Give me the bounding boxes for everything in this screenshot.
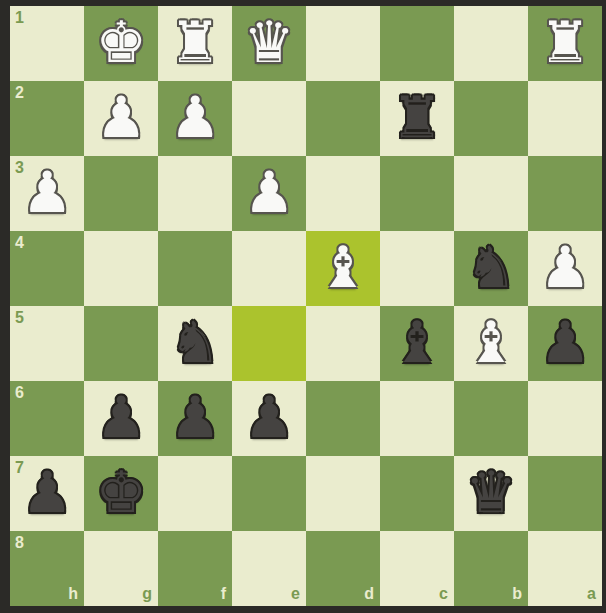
square-g8[interactable]: g (84, 531, 158, 606)
square-f4[interactable] (158, 231, 232, 306)
rank-label-8: 8 (15, 535, 24, 551)
square-f3[interactable] (158, 156, 232, 231)
square-d7[interactable] (306, 456, 380, 531)
rank-label-6: 6 (15, 385, 24, 401)
chess-board-frame: 1♚♜♛♜2♟♟♜3♟♟4♝♞♟5♞♝♝♟6♟♟♟7♟♚♛8hgfedcba (0, 0, 606, 613)
square-e2[interactable] (232, 81, 306, 156)
square-a2[interactable] (528, 81, 602, 156)
square-e3[interactable]: ♟ (232, 156, 306, 231)
square-e5[interactable] (232, 306, 306, 381)
black-pawn-piece[interactable]: ♟ (21, 464, 72, 521)
square-b8[interactable]: b (454, 531, 528, 606)
square-c2[interactable]: ♜ (380, 81, 454, 156)
square-c8[interactable]: c (380, 531, 454, 606)
square-d2[interactable] (306, 81, 380, 156)
square-g1[interactable]: ♚ (84, 6, 158, 81)
file-label-h: h (68, 586, 78, 602)
square-h7[interactable]: 7♟ (10, 456, 84, 531)
square-f2[interactable]: ♟ (158, 81, 232, 156)
file-label-c: c (439, 586, 448, 602)
white-pawn-piece[interactable]: ♟ (539, 239, 590, 296)
white-king-piece[interactable]: ♚ (95, 14, 146, 71)
square-h5[interactable]: 5 (10, 306, 84, 381)
square-a1[interactable]: ♜ (528, 6, 602, 81)
square-b4[interactable]: ♞ (454, 231, 528, 306)
square-b6[interactable] (454, 381, 528, 456)
square-c4[interactable] (380, 231, 454, 306)
white-bishop-piece[interactable]: ♝ (317, 239, 368, 296)
square-c7[interactable] (380, 456, 454, 531)
black-bishop-piece[interactable]: ♝ (391, 314, 442, 371)
file-label-f: f (221, 586, 226, 602)
square-f6[interactable]: ♟ (158, 381, 232, 456)
square-a6[interactable] (528, 381, 602, 456)
square-d1[interactable] (306, 6, 380, 81)
square-g7[interactable]: ♚ (84, 456, 158, 531)
square-e4[interactable] (232, 231, 306, 306)
file-label-d: d (364, 586, 374, 602)
white-bishop-piece[interactable]: ♝ (465, 314, 516, 371)
square-f1[interactable]: ♜ (158, 6, 232, 81)
black-pawn-piece[interactable]: ♟ (169, 389, 220, 446)
black-rook-piece[interactable]: ♜ (391, 89, 442, 146)
square-c1[interactable] (380, 6, 454, 81)
white-pawn-piece[interactable]: ♟ (243, 164, 294, 221)
square-h2[interactable]: 2 (10, 81, 84, 156)
square-g4[interactable] (84, 231, 158, 306)
rank-label-1: 1 (15, 10, 24, 26)
square-a5[interactable]: ♟ (528, 306, 602, 381)
white-pawn-piece[interactable]: ♟ (95, 89, 146, 146)
rank-label-4: 4 (15, 235, 24, 251)
square-d5[interactable] (306, 306, 380, 381)
chess-board[interactable]: 1♚♜♛♜2♟♟♜3♟♟4♝♞♟5♞♝♝♟6♟♟♟7♟♚♛8hgfedcba (10, 6, 602, 606)
square-c6[interactable] (380, 381, 454, 456)
square-d4[interactable]: ♝ (306, 231, 380, 306)
square-f8[interactable]: f (158, 531, 232, 606)
square-a4[interactable]: ♟ (528, 231, 602, 306)
file-label-g: g (142, 586, 152, 602)
black-pawn-piece[interactable]: ♟ (95, 389, 146, 446)
file-label-a: a (587, 586, 596, 602)
square-h4[interactable]: 4 (10, 231, 84, 306)
black-king-piece[interactable]: ♚ (95, 464, 146, 521)
black-pawn-piece[interactable]: ♟ (539, 314, 590, 371)
square-g3[interactable] (84, 156, 158, 231)
rank-label-5: 5 (15, 310, 24, 326)
black-queen-piece[interactable]: ♛ (465, 464, 516, 521)
square-b5[interactable]: ♝ (454, 306, 528, 381)
square-h6[interactable]: 6 (10, 381, 84, 456)
square-d8[interactable]: d (306, 531, 380, 606)
square-c3[interactable] (380, 156, 454, 231)
square-e8[interactable]: e (232, 531, 306, 606)
white-rook-piece[interactable]: ♜ (169, 14, 220, 71)
file-label-b: b (512, 586, 522, 602)
square-d3[interactable] (306, 156, 380, 231)
square-f7[interactable] (158, 456, 232, 531)
square-d6[interactable] (306, 381, 380, 456)
square-e7[interactable] (232, 456, 306, 531)
square-a7[interactable] (528, 456, 602, 531)
white-pawn-piece[interactable]: ♟ (21, 164, 72, 221)
square-g2[interactable]: ♟ (84, 81, 158, 156)
rank-label-2: 2 (15, 85, 24, 101)
white-queen-piece[interactable]: ♛ (243, 14, 294, 71)
square-a8[interactable]: a (528, 531, 602, 606)
square-g6[interactable]: ♟ (84, 381, 158, 456)
square-e1[interactable]: ♛ (232, 6, 306, 81)
square-e6[interactable]: ♟ (232, 381, 306, 456)
square-h8[interactable]: 8h (10, 531, 84, 606)
square-a3[interactable] (528, 156, 602, 231)
black-pawn-piece[interactable]: ♟ (243, 389, 294, 446)
square-c5[interactable]: ♝ (380, 306, 454, 381)
square-f5[interactable]: ♞ (158, 306, 232, 381)
square-h3[interactable]: 3♟ (10, 156, 84, 231)
white-rook-piece[interactable]: ♜ (539, 14, 590, 71)
white-pawn-piece[interactable]: ♟ (169, 89, 220, 146)
black-knight-piece[interactable]: ♞ (465, 239, 516, 296)
black-knight-piece[interactable]: ♞ (169, 314, 220, 371)
square-b7[interactable]: ♛ (454, 456, 528, 531)
square-b2[interactable] (454, 81, 528, 156)
square-h1[interactable]: 1 (10, 6, 84, 81)
square-b1[interactable] (454, 6, 528, 81)
file-label-e: e (291, 586, 300, 602)
square-b3[interactable] (454, 156, 528, 231)
square-g5[interactable] (84, 306, 158, 381)
